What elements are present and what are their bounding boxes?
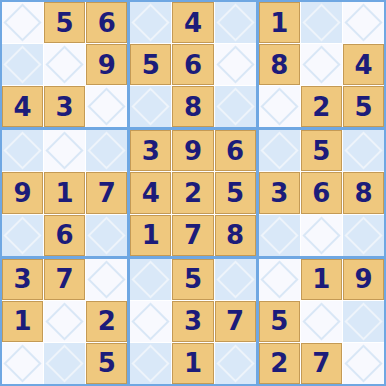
- empty-cell-diamond-icon: [302, 302, 340, 340]
- empty-cell-diamond-icon: [344, 132, 382, 170]
- cell-r6c9[interactable]: [343, 215, 384, 256]
- cell-r3c3[interactable]: [86, 86, 127, 127]
- cell-r3c8: 2: [301, 86, 342, 127]
- cell-r8c6: 7: [215, 301, 256, 342]
- cell-r6c5: 7: [172, 215, 213, 256]
- cell-r2c1[interactable]: [2, 44, 43, 85]
- cell-r2c5: 6: [172, 44, 213, 85]
- empty-cell-diamond-icon: [260, 88, 298, 126]
- cell-r7c4[interactable]: [130, 259, 171, 300]
- cell-r8c4[interactable]: [130, 301, 171, 342]
- cell-r5c3: 7: [86, 172, 127, 213]
- cell-r6c7[interactable]: [259, 215, 300, 256]
- empty-cell-diamond-icon: [216, 3, 254, 41]
- cell-r7c1: 3: [2, 259, 43, 300]
- cell-r3c4[interactable]: [130, 86, 171, 127]
- cell-r1c9[interactable]: [343, 2, 384, 43]
- empty-cell-diamond-icon: [344, 216, 382, 254]
- cell-r1c4[interactable]: [130, 2, 171, 43]
- cell-r8c1: 1: [2, 301, 43, 342]
- empty-cell-diamond-icon: [3, 216, 41, 254]
- empty-cell-diamond-icon: [216, 88, 254, 126]
- cell-r5c9: 8: [343, 172, 384, 213]
- cell-r4c1[interactable]: [2, 130, 43, 171]
- cell-r5c2: 1: [44, 172, 85, 213]
- cell-r1c7: 1: [259, 2, 300, 43]
- cell-r7c5: 5: [172, 259, 213, 300]
- empty-cell-diamond-icon: [260, 260, 298, 298]
- cell-r6c1[interactable]: [2, 215, 43, 256]
- cell-r5c8: 6: [301, 172, 342, 213]
- empty-cell-diamond-icon: [46, 344, 84, 382]
- cell-r1c2: 5: [44, 2, 85, 43]
- cell-r7c8: 1: [301, 259, 342, 300]
- cell-r3c2: 3: [44, 86, 85, 127]
- cell-r3c5: 8: [172, 86, 213, 127]
- cell-r4c2[interactable]: [44, 130, 85, 171]
- empty-cell-diamond-icon: [3, 3, 41, 41]
- empty-cell-diamond-icon: [344, 344, 382, 382]
- cell-r9c4[interactable]: [130, 343, 171, 384]
- empty-cell-diamond-icon: [260, 132, 298, 170]
- cell-r6c8[interactable]: [301, 215, 342, 256]
- cell-r1c1[interactable]: [2, 2, 43, 43]
- empty-cell-diamond-icon: [302, 46, 340, 84]
- empty-cell-diamond-icon: [132, 260, 170, 298]
- cell-r5c5: 2: [172, 172, 213, 213]
- empty-cell-diamond-icon: [216, 344, 254, 382]
- cell-r3c1: 4: [2, 86, 43, 127]
- cell-r9c9[interactable]: [343, 343, 384, 384]
- cell-r6c2: 6: [44, 215, 85, 256]
- empty-cell-diamond-icon: [344, 302, 382, 340]
- cell-r8c3: 2: [86, 301, 127, 342]
- cell-r9c6[interactable]: [215, 343, 256, 384]
- cell-r8c5: 3: [172, 301, 213, 342]
- cell-r8c9[interactable]: [343, 301, 384, 342]
- cell-r9c3: 5: [86, 343, 127, 384]
- cell-r6c3[interactable]: [86, 215, 127, 256]
- cell-r4c9[interactable]: [343, 130, 384, 171]
- cell-r5c6: 5: [215, 172, 256, 213]
- empty-cell-diamond-icon: [216, 260, 254, 298]
- cell-r8c2[interactable]: [44, 301, 85, 342]
- cell-r7c6[interactable]: [215, 259, 256, 300]
- empty-cell-diamond-icon: [3, 132, 41, 170]
- cell-r2c3: 9: [86, 44, 127, 85]
- cell-r9c1[interactable]: [2, 343, 43, 384]
- cell-r2c6[interactable]: [215, 44, 256, 85]
- cell-r3c9: 5: [343, 86, 384, 127]
- cell-r2c8[interactable]: [301, 44, 342, 85]
- cell-r2c2[interactable]: [44, 44, 85, 85]
- empty-cell-diamond-icon: [46, 46, 84, 84]
- cell-r2c4: 5: [130, 44, 171, 85]
- empty-cell-diamond-icon: [132, 302, 170, 340]
- empty-cell-diamond-icon: [46, 132, 84, 170]
- cell-r9c7: 2: [259, 343, 300, 384]
- cell-r9c8: 7: [301, 343, 342, 384]
- empty-cell-diamond-icon: [216, 46, 254, 84]
- cell-r4c6: 6: [215, 130, 256, 171]
- sudoku-board: 5641956844382539659174253686178375191237…: [0, 0, 386, 386]
- empty-cell-diamond-icon: [132, 88, 170, 126]
- cell-r4c7[interactable]: [259, 130, 300, 171]
- cell-r9c5: 1: [172, 343, 213, 384]
- cell-r1c8[interactable]: [301, 2, 342, 43]
- cell-r1c6[interactable]: [215, 2, 256, 43]
- cell-r3c7[interactable]: [259, 86, 300, 127]
- cell-r7c7[interactable]: [259, 259, 300, 300]
- cell-r7c2: 7: [44, 259, 85, 300]
- cell-r1c5: 4: [172, 2, 213, 43]
- cell-r8c8[interactable]: [301, 301, 342, 342]
- empty-cell-diamond-icon: [260, 216, 298, 254]
- empty-cell-diamond-icon: [344, 3, 382, 41]
- cell-r9c2[interactable]: [44, 343, 85, 384]
- cell-r5c7: 3: [259, 172, 300, 213]
- cell-r7c9: 9: [343, 259, 384, 300]
- cell-r8c7: 5: [259, 301, 300, 342]
- cell-r4c5: 9: [172, 130, 213, 171]
- empty-cell-diamond-icon: [302, 216, 340, 254]
- empty-cell-diamond-icon: [88, 132, 126, 170]
- cell-r3c6[interactable]: [215, 86, 256, 127]
- empty-cell-diamond-icon: [3, 344, 41, 382]
- empty-cell-diamond-icon: [88, 88, 126, 126]
- empty-cell-diamond-icon: [46, 302, 84, 340]
- cell-r5c4: 4: [130, 172, 171, 213]
- empty-cell-diamond-icon: [88, 260, 126, 298]
- empty-cell-diamond-icon: [88, 216, 126, 254]
- cell-r4c3[interactable]: [86, 130, 127, 171]
- cell-r2c7: 8: [259, 44, 300, 85]
- cell-r7c3[interactable]: [86, 259, 127, 300]
- empty-cell-diamond-icon: [132, 344, 170, 382]
- cell-r4c8: 5: [301, 130, 342, 171]
- cell-r1c3: 6: [86, 2, 127, 43]
- cell-r6c6: 8: [215, 215, 256, 256]
- empty-cell-diamond-icon: [302, 3, 340, 41]
- cell-r6c4: 1: [130, 215, 171, 256]
- empty-cell-diamond-icon: [3, 46, 41, 84]
- empty-cell-diamond-icon: [132, 3, 170, 41]
- cell-r2c9: 4: [343, 44, 384, 85]
- cell-r5c1: 9: [2, 172, 43, 213]
- cell-r4c4: 3: [130, 130, 171, 171]
